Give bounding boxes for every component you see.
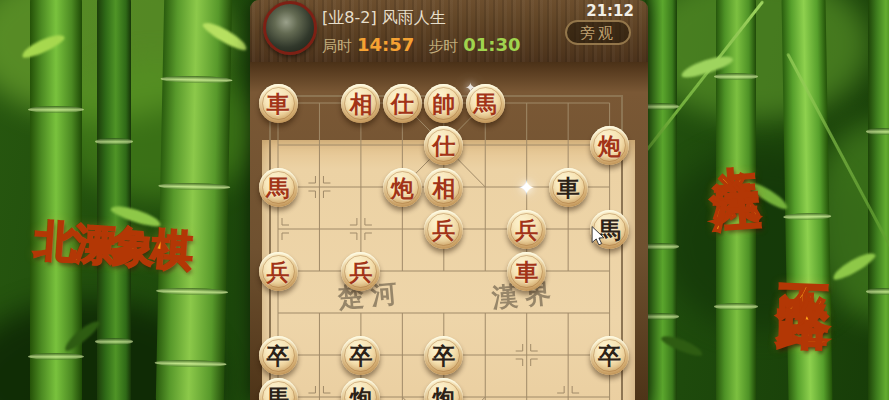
- bamboo-node: [160, 75, 232, 84]
- piece-glyph: 卒: [349, 344, 372, 367]
- bamboo-node: [643, 243, 679, 250]
- piece-glyph: 車: [267, 92, 290, 115]
- piece-red-炮[interactable]: 炮: [590, 126, 629, 165]
- piece-red-相[interactable]: 相: [424, 168, 463, 207]
- piece-glyph: 車: [515, 260, 538, 283]
- piece-glyph: 兵: [349, 260, 372, 283]
- banner-right-bottom: 不迷路: [770, 241, 844, 262]
- bamboo-node: [866, 288, 889, 295]
- piece-red-馬[interactable]: 馬: [259, 168, 298, 207]
- bamboo-node: [714, 303, 758, 310]
- piece-glyph: 馬: [474, 92, 497, 115]
- piece-black-車[interactable]: 車: [549, 168, 588, 207]
- piece-black-卒[interactable]: 卒: [590, 336, 629, 375]
- piece-black-卒[interactable]: 卒: [259, 336, 298, 375]
- piece-glyph: 兵: [432, 218, 455, 241]
- piece-glyph: 炮: [349, 386, 372, 400]
- piece-glyph: 仕: [432, 134, 455, 157]
- pieces-layer: 車相仕帥馬仕炮馬炮相車兵兵馬兵兵車卒卒卒卒馬炮炮: [250, 0, 648, 400]
- piece-glyph: 炮: [391, 176, 414, 199]
- bamboo-node: [643, 313, 679, 320]
- bamboo-node: [28, 353, 84, 360]
- bamboo-stalk: [97, 0, 131, 400]
- piece-glyph: 仕: [391, 92, 414, 115]
- piece-red-兵[interactable]: 兵: [259, 252, 298, 291]
- bamboo-stalk: [156, 0, 233, 400]
- piece-black-卒[interactable]: 卒: [341, 336, 380, 375]
- bamboo-stalk: [868, 0, 889, 400]
- screen: [业8-2] 风雨人生 局时14:57步时01:30 21:12 旁观 楚河 漢…: [0, 0, 889, 400]
- piece-glyph: 炮: [598, 134, 621, 157]
- bamboo-node: [95, 338, 133, 345]
- piece-glyph: 相: [432, 176, 455, 199]
- piece-black-炮[interactable]: 炮: [341, 378, 380, 400]
- piece-red-車[interactable]: 車: [259, 84, 298, 123]
- bamboo-node: [155, 359, 227, 368]
- piece-glyph: 卒: [267, 344, 290, 367]
- piece-red-相[interactable]: 相: [341, 84, 380, 123]
- piece-glyph: 卒: [598, 344, 621, 367]
- banner-left: 北漂象棋: [32, 213, 192, 280]
- piece-glyph: 兵: [267, 260, 290, 283]
- piece-red-仕[interactable]: 仕: [424, 126, 463, 165]
- bamboo-node: [156, 287, 228, 296]
- piece-black-炮[interactable]: 炮: [424, 378, 463, 400]
- piece-glyph: 車: [557, 176, 580, 199]
- bamboo-node: [28, 106, 84, 113]
- piece-red-兵[interactable]: 兵: [424, 210, 463, 249]
- bamboo-node: [95, 138, 133, 145]
- piece-red-仕[interactable]: 仕: [383, 84, 422, 123]
- piece-glyph: 馬: [267, 176, 290, 199]
- piece-red-炮[interactable]: 炮: [383, 168, 422, 207]
- bamboo-node: [158, 182, 230, 191]
- sparkle-icon: ✦: [518, 176, 536, 200]
- piece-glyph: 相: [349, 92, 372, 115]
- piece-glyph: 兵: [515, 218, 538, 241]
- sparkle-icon: ✦: [465, 80, 476, 95]
- game-panel: [业8-2] 风雨人生 局时14:57步时01:30 21:12 旁观 楚河 漢…: [250, 0, 648, 400]
- bamboo-node: [783, 213, 831, 221]
- bamboo-node: [866, 128, 889, 135]
- piece-glyph: 帥: [432, 92, 455, 115]
- piece-red-兵[interactable]: 兵: [507, 210, 546, 249]
- piece-black-馬[interactable]: 馬: [259, 378, 298, 400]
- piece-glyph: 馬: [267, 386, 290, 400]
- bamboo-node: [643, 103, 679, 110]
- bamboo-node: [714, 73, 758, 80]
- piece-red-兵[interactable]: 兵: [341, 252, 380, 291]
- piece-black-卒[interactable]: 卒: [424, 336, 463, 375]
- piece-red-車[interactable]: 車: [507, 252, 546, 291]
- piece-glyph: 卒: [432, 344, 455, 367]
- piece-red-帥[interactable]: 帥: [424, 84, 463, 123]
- piece-glyph: 炮: [432, 386, 455, 400]
- mouse-cursor-icon: [590, 226, 606, 246]
